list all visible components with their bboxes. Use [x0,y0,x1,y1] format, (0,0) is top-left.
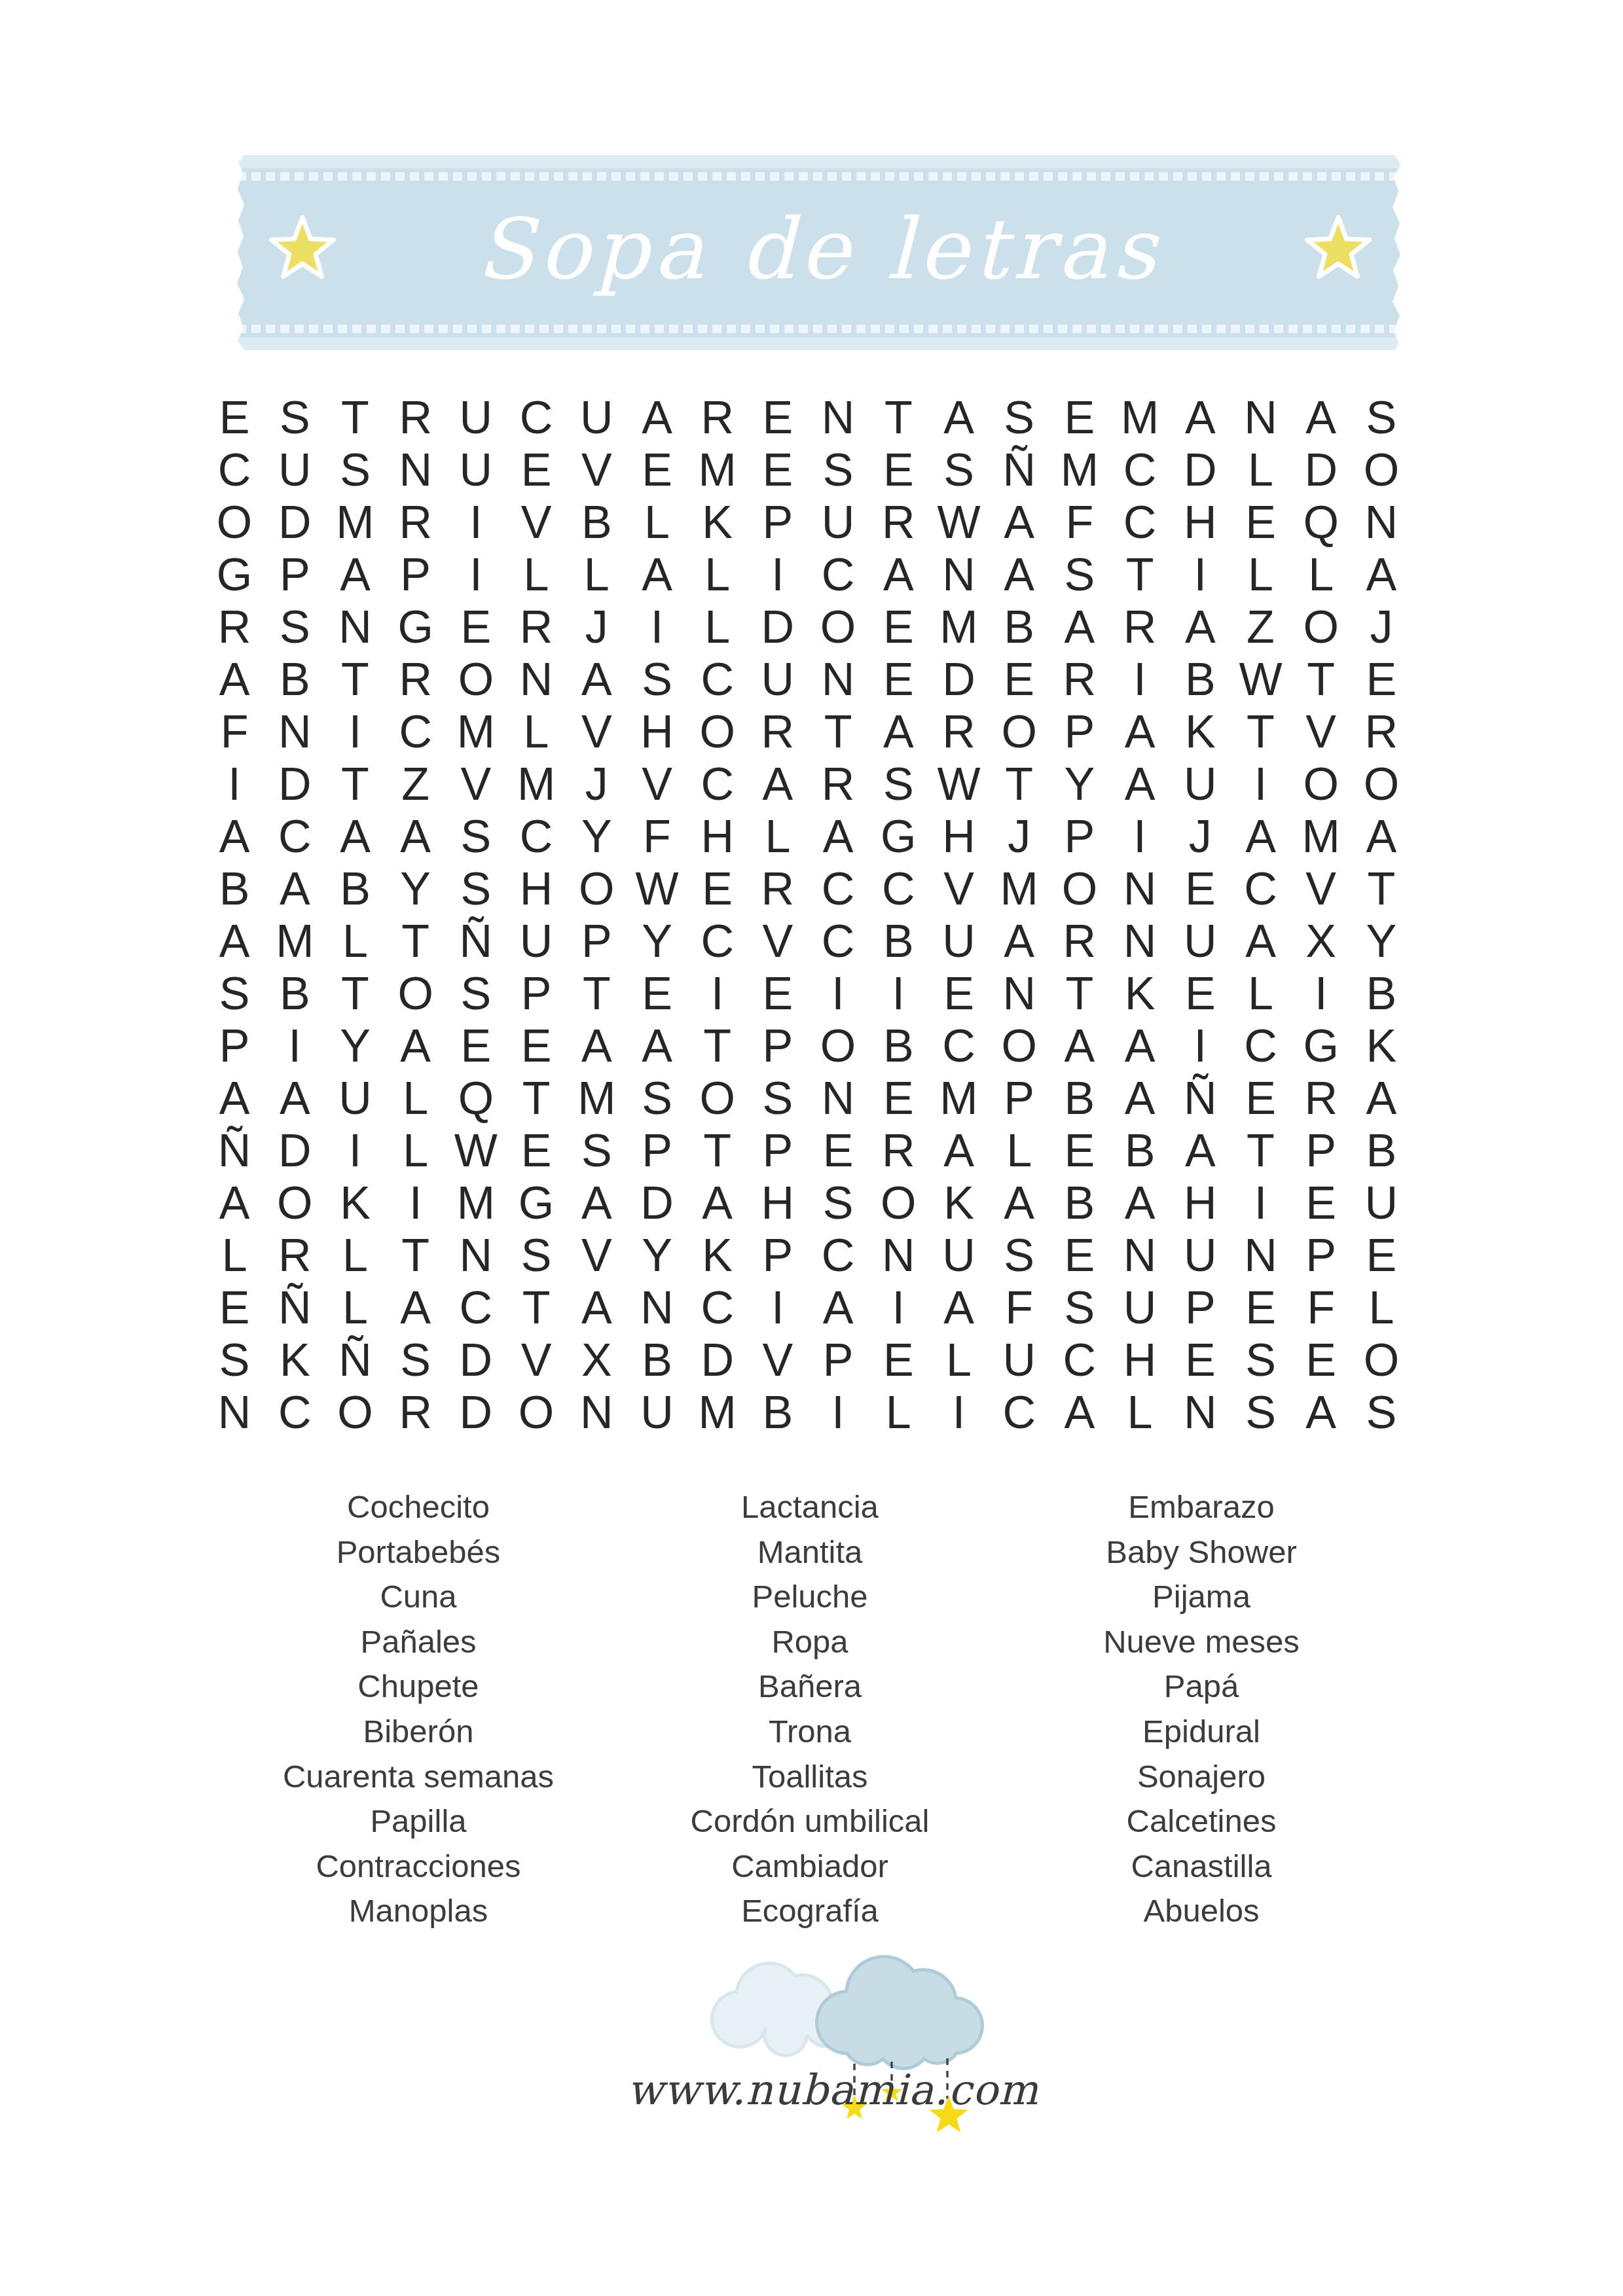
grid-cell-r8-c17: U [1170,758,1230,810]
grid-cell-r5-c1: R [204,601,264,653]
grid-cell-r20-c6: O [506,1386,566,1439]
grid-cell-r11-c2: M [264,915,325,967]
grid-cell-r4-c6: L [506,548,566,601]
grid-cell-r17-c19: P [1291,1229,1351,1282]
grid-cell-r8-c6: M [506,758,566,810]
grid-cell-r12-c2: B [264,967,325,1020]
grid-cell-r14-c2: A [264,1072,325,1124]
grid-cell-r18-c8: N [627,1282,687,1334]
grid-cell-r18-c11: A [808,1282,868,1334]
grid-cell-r19-c16: H [1110,1334,1170,1386]
grid-cell-r15-c13: A [928,1124,989,1177]
grid-cell-r14-c20: A [1351,1072,1412,1124]
grid-cell-r7-c10: R [748,706,808,758]
grid-cell-r7-c17: K [1170,706,1230,758]
grid-cell-r5-c17: A [1170,601,1230,653]
grid-cell-r4-c9: L [687,548,748,601]
grid-cell-r9-c13: H [928,810,989,863]
grid-cell-r4-c10: I [748,548,808,601]
grid-cell-r11-c8: Y [627,915,687,967]
grid-cell-r18-c5: C [446,1282,506,1334]
grid-cell-r13-c5: E [446,1020,506,1072]
grid-cell-r3-c4: R [386,496,446,548]
grid-cell-r10-c15: O [1049,863,1110,915]
grid-cell-r11-c20: Y [1351,915,1412,967]
grid-cell-r6-c1: A [204,653,264,706]
word-list-item: Lactancia [625,1484,995,1530]
grid-cell-r6-c5: O [446,653,506,706]
star-icon [1300,212,1376,288]
grid-cell-r19-c10: V [748,1334,808,1386]
grid-cell-r18-c2: Ñ [264,1282,325,1334]
grid-cell-r10-c8: W [627,863,687,915]
grid-cell-r14-c17: Ñ [1170,1072,1230,1124]
grid-cell-r1-c11: N [808,391,868,444]
grid-cell-r6-c17: B [1170,653,1230,706]
grid-cell-r18-c3: L [325,1282,385,1334]
grid-cell-r17-c11: C [808,1229,868,1282]
grid-cell-r17-c9: K [687,1229,748,1282]
grid-cell-r12-c1: S [204,967,264,1020]
grid-cell-r20-c5: D [446,1386,506,1439]
grid-cell-r11-c12: B [868,915,928,967]
grid-cell-r8-c15: Y [1049,758,1110,810]
grid-cell-r3-c1: O [204,496,264,548]
grid-cell-r9-c1: A [204,810,264,863]
grid-cell-r6-c18: W [1230,653,1290,706]
grid-cell-r4-c19: L [1291,548,1351,601]
grid-cell-r1-c6: C [506,391,566,444]
grid-cell-r18-c13: A [928,1282,989,1334]
grid-cell-r11-c18: A [1230,915,1290,967]
grid-cell-r2-c16: C [1110,444,1170,496]
grid-cell-r17-c18: N [1230,1229,1290,1282]
grid-cell-r5-c7: J [566,601,627,653]
grid-cell-r7-c1: F [204,706,264,758]
grid-cell-r16-c15: B [1049,1177,1110,1229]
grid-cell-r9-c5: S [446,810,506,863]
grid-cell-r20-c12: L [868,1386,928,1439]
grid-cell-r8-c5: V [446,758,506,810]
grid-cell-r19-c9: D [687,1334,748,1386]
grid-cell-r3-c19: Q [1291,496,1351,548]
grid-cell-r17-c15: E [1049,1229,1110,1282]
grid-cell-r5-c18: Z [1230,601,1290,653]
grid-cell-r20-c15: A [1049,1386,1110,1439]
grid-cell-r20-c13: I [928,1386,989,1439]
grid-cell-r11-c13: U [928,915,989,967]
word-list-item: Cambiador [625,1844,995,1889]
word-list-item: Toallitas [625,1754,995,1799]
grid-cell-r5-c5: E [446,601,506,653]
grid-cell-r16-c9: A [687,1177,748,1229]
grid-cell-r16-c2: O [264,1177,325,1229]
grid-cell-r15-c14: L [989,1124,1049,1177]
grid-cell-r8-c4: Z [386,758,446,810]
grid-cell-r18-c15: S [1049,1282,1110,1334]
grid-cell-r16-c10: H [748,1177,808,1229]
grid-cell-r13-c2: I [264,1020,325,1072]
grid-cell-r4-c13: N [928,548,989,601]
grid-cell-r11-c1: A [204,915,264,967]
grid-cell-r6-c13: D [928,653,989,706]
grid-cell-r8-c12: S [868,758,928,810]
grid-cell-r13-c12: B [868,1020,928,1072]
grid-cell-r10-c6: H [506,863,566,915]
grid-cell-r19-c17: E [1170,1334,1230,1386]
grid-cell-r12-c17: E [1170,967,1230,1020]
grid-cell-r14-c13: M [928,1072,989,1124]
grid-cell-r3-c13: W [928,496,989,548]
grid-cell-r14-c7: M [566,1072,627,1124]
grid-cell-r4-c7: L [566,548,627,601]
grid-cell-r18-c12: I [868,1282,928,1334]
word-list-item: Peluche [625,1574,995,1619]
grid-cell-r18-c18: E [1230,1282,1290,1334]
grid-cell-r9-c16: I [1110,810,1170,863]
grid-cell-r7-c3: I [325,706,385,758]
grid-cell-r11-c5: Ñ [446,915,506,967]
grid-cell-r13-c3: Y [325,1020,385,1072]
grid-cell-r18-c7: A [566,1282,627,1334]
grid-cell-r11-c9: C [687,915,748,967]
grid-cell-r16-c11: S [808,1177,868,1229]
grid-cell-r20-c1: N [204,1386,264,1439]
grid-cell-r19-c20: O [1351,1334,1412,1386]
grid-cell-r13-c16: A [1110,1020,1170,1072]
grid-cell-r3-c9: K [687,496,748,548]
grid-cell-r12-c14: N [989,967,1049,1020]
grid-cell-r20-c2: C [264,1386,325,1439]
grid-cell-r12-c4: O [386,967,446,1020]
grid-cell-r2-c20: O [1351,444,1412,496]
grid-cell-r9-c15: P [1049,810,1110,863]
grid-cell-r6-c6: N [506,653,566,706]
word-list-item: Bañera [625,1664,995,1709]
grid-cell-r7-c18: T [1230,706,1290,758]
grid-cell-r6-c9: C [687,653,748,706]
grid-cell-r6-c20: E [1351,653,1412,706]
grid-cell-r18-c10: I [748,1282,808,1334]
grid-cell-r4-c12: A [868,548,928,601]
word-list-column-2: LactanciaMantitaPelucheRopaBañeraTronaTo… [625,1484,995,1933]
grid-cell-r15-c4: L [386,1124,446,1177]
grid-cell-r3-c10: P [748,496,808,548]
grid-cell-r16-c13: K [928,1177,989,1229]
word-list-item: Abuelos [1016,1888,1387,1933]
grid-cell-r4-c20: A [1351,548,1412,601]
grid-cell-r3-c8: L [627,496,687,548]
grid-cell-r8-c20: O [1351,758,1412,810]
grid-cell-r11-c7: P [566,915,627,967]
grid-cell-r10-c13: V [928,863,989,915]
grid-cell-r3-c12: R [868,496,928,548]
grid-cell-r2-c10: E [748,444,808,496]
grid-cell-r6-c15: R [1049,653,1110,706]
grid-cell-r20-c19: A [1291,1386,1351,1439]
grid-cell-r16-c7: A [566,1177,627,1229]
word-list-item: Ecografía [625,1888,995,1933]
word-list-item: Trona [625,1709,995,1754]
grid-cell-r10-c5: S [446,863,506,915]
grid-cell-r2-c18: L [1230,444,1290,496]
grid-cell-r8-c18: I [1230,758,1290,810]
grid-cell-r7-c16: A [1110,706,1170,758]
grid-cell-r1-c2: S [264,391,325,444]
grid-cell-r1-c5: U [446,391,506,444]
grid-cell-r8-c8: V [627,758,687,810]
grid-cell-r12-c18: L [1230,967,1290,1020]
grid-cell-r14-c6: T [506,1072,566,1124]
grid-cell-r17-c6: S [506,1229,566,1282]
grid-cell-r19-c14: U [989,1334,1049,1386]
grid-cell-r6-c19: T [1291,653,1351,706]
grid-cell-r9-c11: A [808,810,868,863]
grid-cell-r13-c7: A [566,1020,627,1072]
grid-cell-r13-c18: C [1230,1020,1290,1072]
word-list-item: Sonajero [1016,1754,1387,1799]
grid-cell-r18-c1: E [204,1282,264,1334]
grid-cell-r19-c12: E [868,1334,928,1386]
grid-cell-r7-c15: P [1049,706,1110,758]
grid-cell-r17-c14: S [989,1229,1049,1282]
grid-cell-r10-c17: E [1170,863,1230,915]
grid-cell-r2-c3: S [325,444,385,496]
grid-cell-r8-c1: I [204,758,264,810]
cloud-icon [815,1955,984,2070]
grid-cell-r1-c20: S [1351,391,1412,444]
grid-cell-r15-c11: E [808,1124,868,1177]
grid-cell-r17-c10: P [748,1229,808,1282]
grid-cell-r19-c2: K [264,1334,325,1386]
grid-cell-r2-c11: S [808,444,868,496]
grid-cell-r10-c11: C [808,863,868,915]
grid-cell-r7-c2: N [264,706,325,758]
grid-cell-r6-c7: A [566,653,627,706]
grid-cell-r2-c4: N [386,444,446,496]
grid-cell-r14-c1: A [204,1072,264,1124]
grid-cell-r9-c4: A [386,810,446,863]
grid-cell-r3-c3: M [325,496,385,548]
grid-cell-r1-c14: S [989,391,1049,444]
grid-cell-r3-c2: D [264,496,325,548]
grid-cell-r10-c9: E [687,863,748,915]
grid-cell-r8-c13: W [928,758,989,810]
grid-cell-r13-c6: E [506,1020,566,1072]
grid-cell-r6-c3: T [325,653,385,706]
grid-cell-r1-c8: A [627,391,687,444]
grid-cell-r15-c8: P [627,1124,687,1177]
word-search-grid: ESTRUCUARENTASEMANASCUSNUEVEMESESÑMCDLDO… [204,391,1412,1433]
grid-cell-r18-c6: T [506,1282,566,1334]
grid-cell-r15-c10: P [748,1124,808,1177]
star-icon [264,212,340,288]
grid-cell-r5-c13: M [928,601,989,653]
grid-cell-r3-c11: U [808,496,868,548]
grid-cell-r3-c18: E [1230,496,1290,548]
grid-cell-r16-c17: H [1170,1177,1230,1229]
grid-cell-r12-c10: E [748,967,808,1020]
word-list-item: Manoplas [233,1888,604,1933]
grid-cell-r18-c20: L [1351,1282,1412,1334]
grid-cell-r15-c12: R [868,1124,928,1177]
grid-cell-r15-c17: A [1170,1124,1230,1177]
grid-cell-r17-c20: E [1351,1229,1412,1282]
grid-cell-r4-c18: L [1230,548,1290,601]
grid-cell-r15-c5: W [446,1124,506,1177]
grid-cell-r1-c16: M [1110,391,1170,444]
grid-cell-r2-c7: V [566,444,627,496]
word-list-item: Contracciones [233,1844,604,1889]
word-list-item: Cordón umbilical [625,1799,995,1844]
word-list-item: Nueve meses [1016,1619,1387,1664]
grid-cell-r10-c20: T [1351,863,1412,915]
grid-cell-r13-c19: G [1291,1020,1351,1072]
title-banner: Sopa de letras [237,155,1400,350]
grid-cell-r9-c9: H [687,810,748,863]
grid-cell-r8-c14: T [989,758,1049,810]
grid-cell-r4-c1: G [204,548,264,601]
grid-cell-r8-c16: A [1110,758,1170,810]
grid-cell-r12-c8: E [627,967,687,1020]
grid-cell-r15-c3: I [325,1124,385,1177]
grid-cell-r19-c8: B [627,1334,687,1386]
grid-cell-r14-c19: R [1291,1072,1351,1124]
grid-cell-r14-c18: E [1230,1072,1290,1124]
grid-cell-r15-c20: B [1351,1124,1412,1177]
word-list-item: Cuna [233,1574,604,1619]
grid-cell-r3-c5: I [446,496,506,548]
grid-cell-r16-c4: I [386,1177,446,1229]
grid-cell-r20-c10: B [748,1386,808,1439]
grid-cell-r2-c6: E [506,444,566,496]
grid-cell-r17-c5: N [446,1229,506,1282]
grid-cell-r5-c9: L [687,601,748,653]
grid-cell-r20-c16: L [1110,1386,1170,1439]
grid-cell-r5-c20: J [1351,601,1412,653]
grid-cell-r9-c7: Y [566,810,627,863]
grid-cell-r14-c4: L [386,1072,446,1124]
grid-cell-r8-c19: O [1291,758,1351,810]
grid-cell-r13-c1: P [204,1020,264,1072]
grid-cell-r10-c12: C [868,863,928,915]
grid-cell-r1-c1: E [204,391,264,444]
grid-cell-r10-c3: B [325,863,385,915]
grid-cell-r1-c17: A [1170,391,1230,444]
word-list-item: Chupete [233,1664,604,1709]
grid-cell-r17-c13: U [928,1229,989,1282]
grid-cell-r5-c19: O [1291,601,1351,653]
grid-cell-r8-c9: C [687,758,748,810]
grid-cell-r3-c14: A [989,496,1049,548]
grid-cell-r2-c1: C [204,444,264,496]
grid-cell-r5-c14: B [989,601,1049,653]
grid-cell-r18-c16: U [1110,1282,1170,1334]
grid-cell-r15-c19: P [1291,1124,1351,1177]
grid-cell-r7-c4: C [386,706,446,758]
grid-cell-r9-c12: G [868,810,928,863]
word-list-item: Papá [1016,1664,1387,1709]
grid-cell-r6-c10: U [748,653,808,706]
grid-cell-r15-c18: T [1230,1124,1290,1177]
grid-cell-r5-c2: S [264,601,325,653]
grid-cell-r14-c15: B [1049,1072,1110,1124]
grid-cell-r14-c3: U [325,1072,385,1124]
grid-cell-r12-c3: T [325,967,385,1020]
grid-cell-r17-c4: T [386,1229,446,1282]
grid-cell-r4-c14: A [989,548,1049,601]
grid-cell-r11-c19: X [1291,915,1351,967]
grid-cell-r10-c2: A [264,863,325,915]
grid-cell-r15-c15: E [1049,1124,1110,1177]
grid-cell-r9-c18: A [1230,810,1290,863]
grid-cell-r10-c4: Y [386,863,446,915]
grid-cell-r18-c17: P [1170,1282,1230,1334]
grid-cell-r20-c20: S [1351,1386,1412,1439]
grid-cell-r4-c11: C [808,548,868,601]
grid-cell-r16-c19: E [1291,1177,1351,1229]
grid-cell-r12-c20: B [1351,967,1412,1020]
grid-cell-r2-c9: M [687,444,748,496]
grid-cell-r7-c14: O [989,706,1049,758]
grid-cell-r20-c4: R [386,1386,446,1439]
grid-cell-r3-c7: B [566,496,627,548]
grid-cell-r18-c4: A [386,1282,446,1334]
grid-cell-r5-c12: E [868,601,928,653]
grid-cell-r19-c5: D [446,1334,506,1386]
grid-cell-r13-c4: A [386,1020,446,1072]
grid-cell-r8-c7: J [566,758,627,810]
grid-cell-r15-c16: B [1110,1124,1170,1177]
grid-cell-r17-c1: L [204,1229,264,1282]
grid-cell-r19-c7: X [566,1334,627,1386]
word-list-item: Embarazo [1016,1484,1387,1530]
grid-cell-r15-c9: T [687,1124,748,1177]
grid-cell-r14-c11: N [808,1072,868,1124]
grid-cell-r20-c18: S [1230,1386,1290,1439]
grid-cell-r16-c5: M [446,1177,506,1229]
grid-cell-r16-c12: O [868,1177,928,1229]
grid-cell-r13-c17: I [1170,1020,1230,1072]
word-list-item: Portabebés [233,1530,604,1575]
grid-cell-r1-c10: E [748,391,808,444]
grid-cell-r4-c8: A [627,548,687,601]
grid-cell-r19-c6: V [506,1334,566,1386]
word-list-item: Ropa [625,1619,995,1664]
grid-cell-r16-c6: G [506,1177,566,1229]
grid-cell-r9-c8: F [627,810,687,863]
grid-cell-r7-c19: V [1291,706,1351,758]
grid-cell-r6-c11: N [808,653,868,706]
nubamia-logo: www.nubamia.com [589,1947,1087,2222]
grid-cell-r19-c3: Ñ [325,1334,385,1386]
grid-cell-r15-c1: Ñ [204,1124,264,1177]
word-list-item: Epidural [1016,1709,1387,1754]
grid-cell-r17-c3: L [325,1229,385,1282]
grid-cell-r1-c7: U [566,391,627,444]
grid-cell-r11-c15: R [1049,915,1110,967]
grid-cell-r4-c2: P [264,548,325,601]
grid-cell-r19-c15: C [1049,1334,1110,1386]
grid-cell-r1-c3: T [325,391,385,444]
grid-cell-r20-c8: U [627,1386,687,1439]
grid-cell-r9-c14: J [989,810,1049,863]
grid-cell-r14-c8: S [627,1072,687,1124]
grid-cell-r11-c14: A [989,915,1049,967]
grid-cell-r4-c15: S [1049,548,1110,601]
grid-cell-r11-c17: U [1170,915,1230,967]
grid-cell-r13-c10: P [748,1020,808,1072]
